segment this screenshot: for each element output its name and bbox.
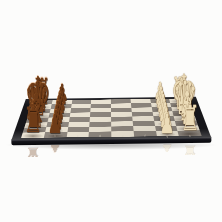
piece-black-pawn: ♟ bbox=[48, 111, 63, 138]
piece-black-rook: ♜ bbox=[23, 104, 42, 139]
frame-coordinate-label: e bbox=[122, 134, 124, 138]
piece-white-pawn: ♟ bbox=[160, 109, 175, 136]
piece-reflection: ♟ bbox=[49, 144, 61, 154]
piece-reflection: ♜ bbox=[182, 144, 197, 157]
piece-white-rook: ♜ bbox=[180, 101, 199, 136]
frame-coordinate-label: d bbox=[99, 134, 101, 138]
frame-coordinate-label: c bbox=[77, 134, 79, 138]
piece-reflection: ♟ bbox=[161, 142, 173, 152]
chess-set-photo: ♜♜♞♝♛♚♝♞♜♟♟♟♟♟♟♟♟♟♟♟♟♟♟♟♟♟♟♜♜♞♝♛♚♝♞♜abcd… bbox=[0, 0, 222, 222]
frame-coordinate-label: f bbox=[144, 134, 145, 138]
piece-reflection: ♜ bbox=[25, 146, 40, 158]
